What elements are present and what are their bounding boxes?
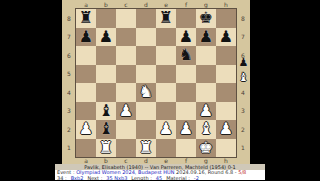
- rank-label: 4: [236, 83, 250, 102]
- square-e7: [156, 28, 176, 47]
- next-value: 35 Nxb3: [106, 176, 127, 181]
- square-b4: [96, 83, 116, 102]
- square-d4: ♞: [136, 83, 156, 102]
- rank-label: 7: [62, 28, 76, 47]
- square-c6: [116, 46, 136, 65]
- length-label: Length :: [131, 176, 152, 181]
- black-knight: ♞: [176, 46, 196, 65]
- square-e8: ♜: [156, 9, 176, 28]
- file-label: c: [116, 1, 136, 8]
- white-rook: ♜: [136, 139, 156, 158]
- square-g6: [196, 46, 216, 65]
- square-d8: [136, 9, 156, 28]
- square-h4: [216, 83, 236, 102]
- file-label: d: [136, 157, 156, 164]
- black-pawn: ♟: [216, 28, 236, 47]
- file-label: g: [196, 1, 216, 8]
- black-pawn: ♟: [76, 28, 96, 47]
- chess-board: ♜♜♚♟♟♟♟♟♞♞♝♟♟♟♝♟♟♝♟♜♜♚: [76, 9, 236, 157]
- rank-label: 4: [62, 83, 76, 102]
- square-a6: [76, 46, 96, 65]
- square-d3: [136, 102, 156, 121]
- rank-label: 5: [62, 65, 76, 84]
- file-label: a: [76, 157, 96, 164]
- square-g7: ♟: [196, 28, 216, 47]
- square-c8: [116, 9, 136, 28]
- square-f3: [176, 102, 196, 121]
- square-c7: [116, 28, 136, 47]
- rank-labels-left: 87654321: [62, 9, 76, 157]
- square-d7: [136, 28, 156, 47]
- square-g1: ♚: [196, 139, 216, 158]
- file-label: e: [156, 157, 176, 164]
- material-indicator-black-pawn-icon: ♟: [237, 56, 250, 70]
- square-a5: [76, 65, 96, 84]
- material-indicator-white-bishop-icon: ♝: [237, 71, 250, 85]
- length-value: 45: [156, 176, 162, 181]
- square-f4: [176, 83, 196, 102]
- square-f6: ♞: [176, 46, 196, 65]
- square-a3: [76, 102, 96, 121]
- square-e4: [156, 83, 176, 102]
- file-label: g: [196, 157, 216, 164]
- event-score: 5/8: [238, 170, 246, 175]
- file-label: c: [116, 157, 136, 164]
- white-pawn: ♟: [196, 102, 216, 121]
- material-label: Material :: [166, 176, 190, 181]
- square-e5: [156, 65, 176, 84]
- black-bishop: ♝: [96, 120, 116, 139]
- rank-label: 6: [62, 46, 76, 65]
- video-frame: abcdefgh 87654321 87654321 abcdefgh ♜♜♚♟…: [0, 0, 320, 180]
- square-h3: [216, 102, 236, 121]
- rank-label: 3: [236, 102, 250, 121]
- file-label: e: [156, 1, 176, 8]
- black-pawn: ♟: [96, 28, 116, 47]
- square-f8: [176, 9, 196, 28]
- white-rook: ♜: [96, 139, 116, 158]
- square-d6: [136, 46, 156, 65]
- file-labels-bottom: abcdefgh: [76, 157, 236, 164]
- square-f2: ♟: [176, 120, 196, 139]
- white-pawn: ♟: [176, 120, 196, 139]
- square-d5: [136, 65, 156, 84]
- square-e3: [156, 102, 176, 121]
- black-rook: ♜: [156, 9, 176, 28]
- square-h5: [216, 65, 236, 84]
- file-label: f: [176, 157, 196, 164]
- square-a8: ♜: [76, 9, 96, 28]
- square-g4: [196, 83, 216, 102]
- file-label: d: [136, 1, 156, 8]
- rank-label: 8: [62, 9, 76, 28]
- white-king: ♚: [196, 139, 216, 158]
- square-h8: [216, 9, 236, 28]
- rank-label: 8: [236, 9, 250, 28]
- black-rook: ♜: [76, 9, 96, 28]
- square-b1: ♜: [96, 139, 116, 158]
- square-c1: [116, 139, 136, 158]
- file-label: b: [96, 157, 116, 164]
- square-g3: ♟: [196, 102, 216, 121]
- square-f1: [176, 139, 196, 158]
- file-labels-top: abcdefgh: [76, 1, 236, 8]
- square-c5: [116, 65, 136, 84]
- file-label: f: [176, 1, 196, 8]
- event-label: Event :: [57, 170, 76, 175]
- square-a2: ♟: [76, 120, 96, 139]
- square-c2: [116, 120, 136, 139]
- file-label: h: [216, 157, 236, 164]
- square-d1: ♜: [136, 139, 156, 158]
- square-a1: [76, 139, 96, 158]
- footer-panel: Pavlik, Elisabeth (1940) -- Van Parreren…: [55, 164, 265, 180]
- square-d2: [136, 120, 156, 139]
- square-c4: [116, 83, 136, 102]
- square-a4: [76, 83, 96, 102]
- square-b8: [96, 9, 116, 28]
- square-h2: ♟: [216, 120, 236, 139]
- white-pawn: ♟: [116, 102, 136, 121]
- rank-label: 2: [62, 120, 76, 139]
- stats-line: 34 :Bxb2Next :35 Nxb3Length :45Material …: [55, 176, 265, 181]
- white-pawn: ♟: [216, 120, 236, 139]
- white-pawn: ♟: [156, 120, 176, 139]
- rank-label: 1: [62, 139, 76, 158]
- black-pawn: ♟: [176, 28, 196, 47]
- file-label: h: [216, 1, 236, 8]
- rank-label: 3: [62, 102, 76, 121]
- white-knight: ♞: [136, 83, 156, 102]
- event-name: Olympiad Women 2024, Budapest HUN: [76, 170, 174, 175]
- event-date-round: 2024.09.16, Round 6.8 -: [174, 170, 238, 175]
- rank-label: 7: [236, 28, 250, 47]
- white-pawn: ♟: [76, 120, 96, 139]
- white-bishop: ♝: [196, 120, 216, 139]
- square-h1: [216, 139, 236, 158]
- move-label: 34 :: [57, 176, 67, 181]
- square-e1: [156, 139, 176, 158]
- black-pawn: ♟: [196, 28, 216, 47]
- move-value: Bxb2: [71, 176, 84, 181]
- square-g8: ♚: [196, 9, 216, 28]
- next-label: Next :: [87, 176, 102, 181]
- square-b2: ♝: [96, 120, 116, 139]
- square-f7: ♟: [176, 28, 196, 47]
- square-c3: ♟: [116, 102, 136, 121]
- square-h7: ♟: [216, 28, 236, 47]
- square-e6: [156, 46, 176, 65]
- rank-label: 2: [236, 120, 250, 139]
- square-f5: [176, 65, 196, 84]
- square-b7: ♟: [96, 28, 116, 47]
- square-g5: [196, 65, 216, 84]
- rank-label: 1: [236, 139, 250, 158]
- black-bishop: ♝: [96, 102, 116, 121]
- square-a7: ♟: [76, 28, 96, 47]
- square-g2: ♝: [196, 120, 216, 139]
- square-e2: ♟: [156, 120, 176, 139]
- material-value: -2: [194, 176, 199, 181]
- black-king: ♚: [196, 9, 216, 28]
- square-b6: [96, 46, 116, 65]
- square-h6: [216, 46, 236, 65]
- file-label: b: [96, 1, 116, 8]
- square-b3: ♝: [96, 102, 116, 121]
- file-label: a: [76, 1, 96, 8]
- square-b5: [96, 65, 116, 84]
